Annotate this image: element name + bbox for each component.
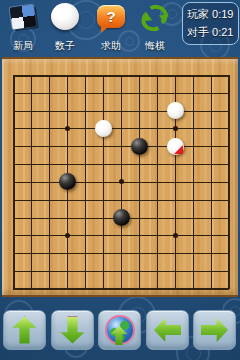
- timer-panel: 玩家 0:19 对手 0:21: [182, 2, 239, 45]
- arrow-up-icon: [13, 317, 37, 344]
- arrow-down-icon: [61, 317, 85, 344]
- board-intersections[interactable]: [4, 66, 238, 298]
- opponent-timer: 对手 0:21: [187, 25, 238, 40]
- star-point: [65, 126, 70, 131]
- new-game-button[interactable]: 新局: [2, 3, 44, 51]
- player-timer-label: 玩家: [187, 8, 209, 20]
- new-game-label: 新局: [13, 40, 33, 51]
- count-stones-button[interactable]: 数子: [44, 3, 86, 51]
- white-stone: [167, 102, 184, 119]
- arrow-up-button[interactable]: [3, 310, 46, 350]
- black-stone: [59, 173, 76, 190]
- star-point: [119, 179, 124, 184]
- undo-move-label: 悔棋: [145, 40, 165, 51]
- count-stones-label: 数子: [55, 40, 75, 51]
- white-stone: [95, 120, 112, 137]
- recycle-arrows-icon: [140, 4, 171, 33]
- globe-arrow-up-icon: [111, 326, 128, 345]
- star-point: [173, 126, 178, 131]
- arrow-down-button[interactable]: [51, 310, 94, 350]
- help-bubble-icon: ?: [97, 5, 125, 28]
- board-checker-icon: [10, 4, 37, 29]
- black-stone: [131, 138, 148, 155]
- top-toolbar: 新局 数子 ? 求助 悔棋 玩家 0:19 对手 0:21: [0, 0, 240, 57]
- last-move-flag-icon: [174, 145, 183, 154]
- black-stone: [113, 209, 130, 226]
- go-board[interactable]: [2, 57, 238, 297]
- undo-move-button[interactable]: 悔棋: [134, 3, 176, 51]
- opponent-timer-label: 对手: [187, 26, 209, 38]
- arrow-right-icon: [201, 318, 228, 342]
- bottom-toolbar: [0, 297, 240, 360]
- arrow-left-button[interactable]: [146, 310, 189, 350]
- globe-upload-button[interactable]: [98, 310, 141, 350]
- player-timer-value: 0:19: [212, 8, 233, 20]
- white-stone-icon: [51, 3, 79, 30]
- help-button[interactable]: ? 求助: [90, 3, 132, 51]
- white-stone: [167, 138, 184, 155]
- help-label: 求助: [101, 40, 121, 51]
- star-point: [173, 233, 178, 238]
- arrow-right-button[interactable]: [193, 310, 236, 350]
- player-timer: 玩家 0:19: [187, 7, 238, 22]
- opponent-timer-value: 0:21: [212, 26, 233, 38]
- globe-icon: [107, 317, 133, 343]
- star-point: [65, 233, 70, 238]
- question-mark-glyph: ?: [106, 9, 115, 24]
- go-game-app: 新局 数子 ? 求助 悔棋 玩家 0:19 对手 0:21: [0, 0, 240, 360]
- arrow-left-icon: [154, 318, 181, 342]
